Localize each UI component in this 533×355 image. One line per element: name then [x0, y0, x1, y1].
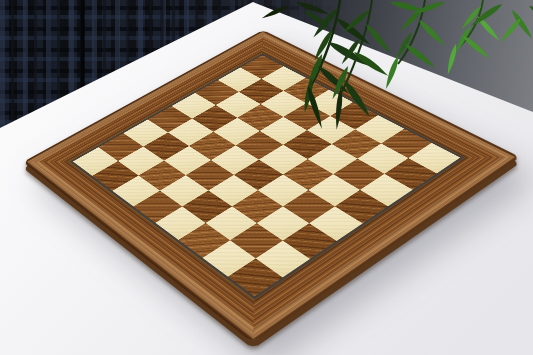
plant-leaves [261, 0, 533, 130]
scene: Empty wooden chessboard displayed diagon… [0, 0, 533, 355]
plant-foliage [240, 0, 533, 135]
